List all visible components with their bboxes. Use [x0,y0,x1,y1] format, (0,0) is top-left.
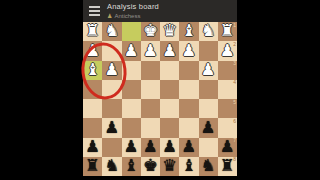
black-pawn: ♟ [122,138,141,157]
square-a2[interactable]: ♟2 [218,41,237,60]
square-f6[interactable] [122,118,141,137]
square-e6[interactable] [141,118,160,137]
square-e2[interactable]: ♟ [141,41,160,60]
rank-label-4: 4 [233,80,236,85]
square-c5[interactable] [179,99,198,118]
lichess-app: Analysis board ♟ Antichess ♜♞♚♛♝♞♜1♟♟♟♟♟… [83,0,237,180]
black-pawn: ♟ [83,138,102,157]
square-h8[interactable]: ♜ [83,157,102,176]
square-f1[interactable] [122,22,141,41]
square-g7[interactable] [102,138,121,157]
chess-board: ♜♞♚♛♝♞♜1♟♟♟♟♟♟2♝♟♟345♟♟6♟♟♟♟♟♟7♜♞♝♚♛♝♞♜8 [83,22,237,176]
square-d8[interactable]: ♛ [160,157,179,176]
square-f4[interactable] [122,80,141,99]
square-g8[interactable]: ♞ [102,157,121,176]
square-c8[interactable]: ♝ [179,157,198,176]
white-pawn: ♟ [218,41,237,60]
square-h1[interactable]: ♜ [83,22,102,41]
square-b7[interactable] [199,138,218,157]
square-d7[interactable]: ♟ [160,138,179,157]
square-h7[interactable]: ♟ [83,138,102,157]
rank-label-7: 7 [233,138,236,143]
square-d5[interactable] [160,99,179,118]
square-f2[interactable]: ♟ [122,41,141,60]
square-a7[interactable]: ♟7 [218,138,237,157]
white-knight: ♞ [199,22,218,41]
black-knight: ♞ [199,157,218,176]
white-knight: ♞ [102,22,121,41]
black-pawn: ♟ [218,138,237,157]
square-h4[interactable] [83,80,102,99]
square-a1[interactable]: ♜1 [218,22,237,41]
video-frame: Analysis board ♟ Antichess ♜♞♚♛♝♞♜1♟♟♟♟♟… [0,0,320,180]
square-c6[interactable] [179,118,198,137]
white-pawn: ♟ [83,41,102,60]
header-titles: Analysis board ♟ Antichess [107,3,159,19]
square-g1[interactable]: ♞ [102,22,121,41]
black-bishop: ♝ [122,157,141,176]
black-queen: ♛ [160,157,179,176]
square-b6[interactable]: ♟ [199,118,218,137]
square-e8[interactable]: ♚ [141,157,160,176]
black-bishop: ♝ [179,157,198,176]
square-c2[interactable]: ♟ [179,41,198,60]
square-c3[interactable] [179,61,198,80]
black-king: ♚ [141,157,160,176]
page-title: Analysis board [107,3,159,11]
white-rook: ♜ [83,22,102,41]
rank-label-2: 2 [233,42,236,47]
square-d2[interactable]: ♟ [160,41,179,60]
white-pawn: ♟ [160,41,179,60]
black-pawn: ♟ [102,118,121,137]
black-rook: ♜ [83,157,102,176]
variant-row: ♟ Antichess [107,13,159,19]
white-rook: ♜ [218,22,237,41]
black-knight: ♞ [102,157,121,176]
square-b3[interactable]: ♟ [199,61,218,80]
rank-label-8: 8 [233,157,236,162]
rank-label-1: 1 [233,23,236,28]
square-h6[interactable] [83,118,102,137]
square-a6[interactable]: 6 [218,118,237,137]
square-c7[interactable]: ♟ [179,138,198,157]
square-e1[interactable]: ♚ [141,22,160,41]
square-f3[interactable] [122,61,141,80]
antichess-variant-icon: ♟ [107,13,112,19]
square-h3[interactable]: ♝ [83,61,102,80]
square-g4[interactable] [102,80,121,99]
square-g6[interactable]: ♟ [102,118,121,137]
square-e7[interactable]: ♟ [141,138,160,157]
square-e3[interactable] [141,61,160,80]
square-f7[interactable]: ♟ [122,138,141,157]
square-b8[interactable]: ♞ [199,157,218,176]
square-b2[interactable] [199,41,218,60]
black-pawn: ♟ [179,138,198,157]
white-pawn: ♟ [102,61,121,80]
hamburger-icon [89,10,100,12]
white-pawn: ♟ [122,41,141,60]
square-a8[interactable]: ♜8 [218,157,237,176]
square-d3[interactable] [160,61,179,80]
white-pawn: ♟ [141,41,160,60]
black-pawn: ♟ [141,138,160,157]
square-f8[interactable]: ♝ [122,157,141,176]
square-b5[interactable] [199,99,218,118]
black-rook: ♜ [218,157,237,176]
square-d4[interactable] [160,80,179,99]
square-f5[interactable] [122,99,141,118]
black-pawn: ♟ [160,138,179,157]
square-d6[interactable] [160,118,179,137]
square-b4[interactable] [199,80,218,99]
square-g5[interactable] [102,99,121,118]
square-h5[interactable] [83,99,102,118]
square-e4[interactable] [141,80,160,99]
square-d1[interactable]: ♛ [160,22,179,41]
white-queen: ♛ [160,22,179,41]
square-g2[interactable] [102,41,121,60]
white-bishop: ♝ [179,22,198,41]
rank-label-3: 3 [233,61,236,66]
variant-label: Antichess [114,13,140,19]
square-a5[interactable]: 5 [218,99,237,118]
square-c1[interactable]: ♝ [179,22,198,41]
app-header: Analysis board ♟ Antichess [83,0,237,22]
square-h2[interactable]: ♟ [83,41,102,60]
square-e5[interactable] [141,99,160,118]
rank-label-5: 5 [233,100,236,105]
square-a3[interactable]: 3 [218,61,237,80]
white-bishop: ♝ [83,61,102,80]
white-pawn: ♟ [179,41,198,60]
menu-button[interactable] [83,0,105,22]
square-c4[interactable] [179,80,198,99]
square-b1[interactable]: ♞ [199,22,218,41]
rank-label-6: 6 [233,119,236,124]
white-king: ♚ [141,22,160,41]
square-g3[interactable]: ♟ [102,61,121,80]
black-pawn: ♟ [199,118,218,137]
square-a4[interactable]: 4 [218,80,237,99]
white-pawn: ♟ [199,61,218,80]
